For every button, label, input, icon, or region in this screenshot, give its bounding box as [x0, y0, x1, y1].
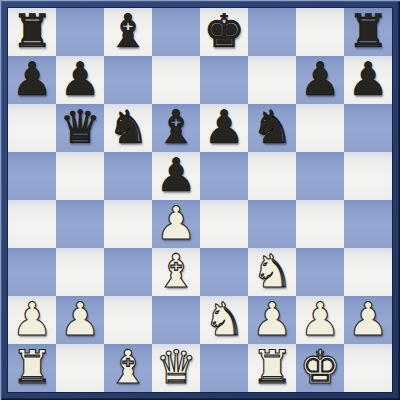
piece-white-knight[interactable]: ♞ [200, 296, 248, 343]
square-a2[interactable]: ♟ [8, 296, 56, 344]
square-h5[interactable] [344, 152, 392, 200]
square-a4[interactable] [8, 200, 56, 248]
square-c5[interactable] [104, 152, 152, 200]
square-b4[interactable] [56, 200, 104, 248]
piece-black-bishop[interactable]: ♝ [104, 8, 152, 55]
piece-black-pawn[interactable]: ♟ [296, 56, 344, 103]
square-h1[interactable] [344, 344, 392, 392]
piece-black-knight[interactable]: ♞ [104, 104, 152, 151]
square-b8[interactable] [56, 8, 104, 56]
square-c6[interactable]: ♞ [104, 104, 152, 152]
square-f1[interactable]: ♜ [248, 344, 296, 392]
piece-white-bishop[interactable]: ♝ [152, 248, 200, 295]
piece-black-pawn[interactable]: ♟ [8, 56, 56, 103]
square-f2[interactable]: ♟ [248, 296, 296, 344]
square-c1[interactable]: ♝ [104, 344, 152, 392]
square-g6[interactable] [296, 104, 344, 152]
square-e8[interactable]: ♚ [200, 8, 248, 56]
piece-white-knight[interactable]: ♞ [248, 248, 296, 295]
piece-white-rook[interactable]: ♜ [8, 344, 56, 391]
piece-black-queen[interactable]: ♛ [56, 104, 104, 151]
piece-white-pawn[interactable]: ♟ [296, 296, 344, 343]
piece-white-bishop[interactable]: ♝ [104, 344, 152, 391]
square-a6[interactable] [8, 104, 56, 152]
square-f3[interactable]: ♞ [248, 248, 296, 296]
square-e1[interactable] [200, 344, 248, 392]
piece-black-rook[interactable]: ♜ [8, 8, 56, 55]
square-a7[interactable]: ♟ [8, 56, 56, 104]
square-d4[interactable]: ♟ [152, 200, 200, 248]
piece-white-king[interactable]: ♚ [296, 344, 344, 391]
square-d6[interactable]: ♝ [152, 104, 200, 152]
piece-white-pawn[interactable]: ♟ [8, 296, 56, 343]
square-h7[interactable]: ♟ [344, 56, 392, 104]
square-b2[interactable]: ♟ [56, 296, 104, 344]
square-c2[interactable] [104, 296, 152, 344]
piece-black-knight[interactable]: ♞ [248, 104, 296, 151]
square-c3[interactable] [104, 248, 152, 296]
square-f4[interactable] [248, 200, 296, 248]
square-d7[interactable] [152, 56, 200, 104]
square-f6[interactable]: ♞ [248, 104, 296, 152]
square-a1[interactable]: ♜ [8, 344, 56, 392]
square-a5[interactable] [8, 152, 56, 200]
square-g7[interactable]: ♟ [296, 56, 344, 104]
square-a3[interactable] [8, 248, 56, 296]
square-d3[interactable]: ♝ [152, 248, 200, 296]
square-b6[interactable]: ♛ [56, 104, 104, 152]
piece-black-king[interactable]: ♚ [200, 8, 248, 55]
piece-white-pawn[interactable]: ♟ [152, 200, 200, 247]
piece-black-pawn[interactable]: ♟ [200, 104, 248, 151]
square-f8[interactable] [248, 8, 296, 56]
square-g3[interactable] [296, 248, 344, 296]
piece-black-pawn[interactable]: ♟ [56, 56, 104, 103]
piece-black-rook[interactable]: ♜ [344, 8, 392, 55]
square-h4[interactable] [344, 200, 392, 248]
square-a8[interactable]: ♜ [8, 8, 56, 56]
square-d1[interactable]: ♛ [152, 344, 200, 392]
piece-white-pawn[interactable]: ♟ [248, 296, 296, 343]
square-h3[interactable] [344, 248, 392, 296]
board-frame: ♜♝♚♜♟♟♟♟♛♞♝♟♞♟♟♝♞♟♟♞♟♟♟♜♝♛♜♚ [0, 0, 400, 400]
piece-white-pawn[interactable]: ♟ [344, 296, 392, 343]
square-d5[interactable]: ♟ [152, 152, 200, 200]
square-g8[interactable] [296, 8, 344, 56]
square-c4[interactable] [104, 200, 152, 248]
square-e4[interactable] [200, 200, 248, 248]
piece-black-pawn[interactable]: ♟ [152, 152, 200, 199]
square-b3[interactable] [56, 248, 104, 296]
square-d8[interactable] [152, 8, 200, 56]
piece-white-queen[interactable]: ♛ [152, 344, 200, 391]
square-f5[interactable] [248, 152, 296, 200]
square-e6[interactable]: ♟ [200, 104, 248, 152]
chess-board: ♜♝♚♜♟♟♟♟♛♞♝♟♞♟♟♝♞♟♟♞♟♟♟♜♝♛♜♚ [8, 8, 392, 392]
square-e3[interactable] [200, 248, 248, 296]
square-e2[interactable]: ♞ [200, 296, 248, 344]
square-h8[interactable]: ♜ [344, 8, 392, 56]
square-h6[interactable] [344, 104, 392, 152]
piece-white-pawn[interactable]: ♟ [56, 296, 104, 343]
piece-black-pawn[interactable]: ♟ [344, 56, 392, 103]
piece-white-rook[interactable]: ♜ [248, 344, 296, 391]
square-c7[interactable] [104, 56, 152, 104]
square-f7[interactable] [248, 56, 296, 104]
square-g2[interactable]: ♟ [296, 296, 344, 344]
square-b1[interactable] [56, 344, 104, 392]
piece-black-bishop[interactable]: ♝ [152, 104, 200, 151]
square-d2[interactable] [152, 296, 200, 344]
square-g1[interactable]: ♚ [296, 344, 344, 392]
square-g5[interactable] [296, 152, 344, 200]
square-g4[interactable] [296, 200, 344, 248]
square-e7[interactable] [200, 56, 248, 104]
square-h2[interactable]: ♟ [344, 296, 392, 344]
square-b7[interactable]: ♟ [56, 56, 104, 104]
square-e5[interactable] [200, 152, 248, 200]
square-b5[interactable] [56, 152, 104, 200]
square-c8[interactable]: ♝ [104, 8, 152, 56]
